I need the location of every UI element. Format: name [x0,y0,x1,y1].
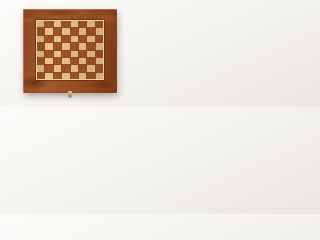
square-g3 [87,58,94,64]
square-h4 [96,51,103,57]
square-b1 [45,73,52,79]
square-g5 [87,43,94,49]
square-d4 [62,51,69,57]
square-b2 [45,65,52,71]
chess-board [23,9,117,93]
square-f5 [79,43,86,49]
square-e1 [71,73,78,79]
square-h7 [96,28,103,34]
square-d6 [62,36,69,42]
square-d5 [62,43,69,49]
square-a4 [37,51,44,57]
square-g8 [87,21,94,27]
square-b8 [45,21,52,27]
square-f3 [79,58,86,64]
square-b4 [45,51,52,57]
square-d7 [62,28,69,34]
square-a6 [37,36,44,42]
square-a7 [37,28,44,34]
square-h2 [96,65,103,71]
square-a8 [37,21,44,27]
square-g4 [87,51,94,57]
square-h6 [96,36,103,42]
square-e3 [71,58,78,64]
square-f2 [79,65,86,71]
square-e8 [71,21,78,27]
square-b6 [45,36,52,42]
wall-background [0,0,142,107]
square-g2 [87,65,94,71]
square-h5 [96,43,103,49]
square-e7 [71,28,78,34]
square-f1 [79,73,86,79]
square-h8 [96,21,103,27]
square-f8 [79,21,86,27]
brass-clasp-icon [68,91,72,97]
square-b7 [45,28,52,34]
square-c8 [54,21,61,27]
square-g1 [87,73,94,79]
square-b5 [45,43,52,49]
square-c7 [54,28,61,34]
square-a3 [37,58,44,64]
square-c5 [54,43,61,49]
square-d2 [62,65,69,71]
square-c2 [54,65,61,71]
square-f4 [79,51,86,57]
square-a1 [37,73,44,79]
square-e2 [71,65,78,71]
square-g7 [87,28,94,34]
square-e5 [71,43,78,49]
square-f7 [79,28,86,34]
square-c4 [54,51,61,57]
square-c3 [54,58,61,64]
square-d3 [62,58,69,64]
board-playing-area [36,20,104,80]
square-c6 [54,36,61,42]
square-e6 [71,36,78,42]
square-c1 [54,73,61,79]
square-d8 [62,21,69,27]
square-a2 [37,65,44,71]
square-h1 [96,73,103,79]
square-h3 [96,58,103,64]
square-d1 [62,73,69,79]
square-a5 [37,43,44,49]
square-f6 [79,36,86,42]
square-e4 [71,51,78,57]
square-b3 [45,58,52,64]
square-g6 [87,36,94,42]
